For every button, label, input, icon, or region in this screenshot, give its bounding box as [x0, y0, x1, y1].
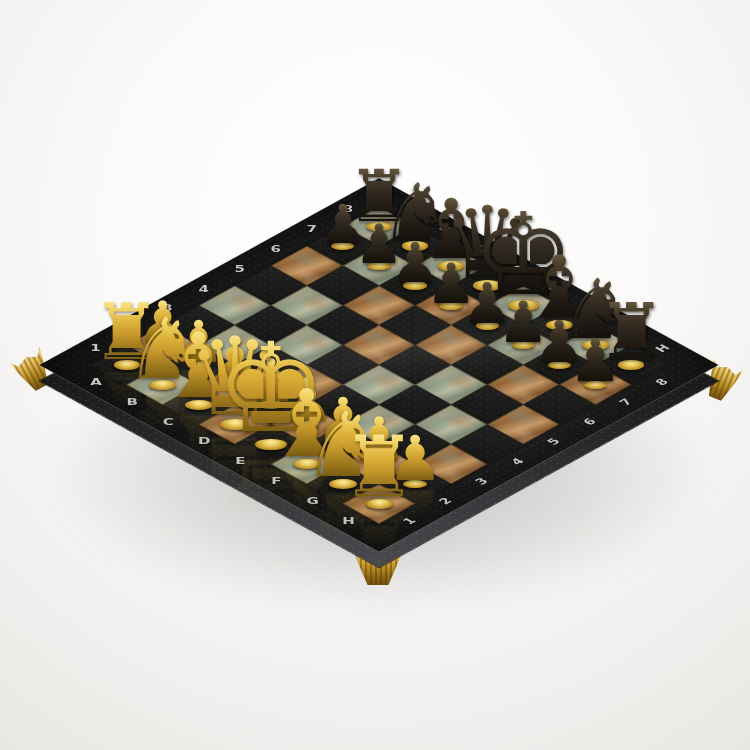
rank-label-left: 7	[304, 225, 320, 234]
rank-label-right: 7	[615, 396, 638, 408]
board-grid	[91, 206, 668, 523]
rank-label-left: 2	[124, 324, 140, 333]
file-label-top: D	[507, 263, 530, 275]
rank-label-right: 6	[579, 415, 602, 427]
file-label-bottom: F	[268, 477, 284, 486]
rank-label-right: 3	[471, 475, 494, 487]
rank-label-right: 2	[435, 495, 458, 507]
rank-label-left: 3	[160, 304, 176, 313]
file-label-top: B	[435, 223, 458, 235]
file-label-bottom: B	[124, 397, 140, 406]
file-label-bottom: H	[340, 516, 356, 525]
rank-label-right: 8	[651, 376, 674, 388]
file-label-top: F	[579, 302, 602, 314]
chess-board: 11AA22BB33CC44DD55EE66FF77GG88HH	[139, 233, 619, 497]
board-rotor: 11AA22BB33CC44DD55EE66FF77GG88HH	[40, 178, 719, 551]
rank-label-left: 8	[340, 205, 356, 214]
rank-label-right: 5	[543, 435, 566, 447]
file-label-top: E	[543, 282, 566, 294]
file-label-bottom: C	[160, 417, 176, 426]
file-label-bottom: E	[232, 457, 248, 466]
file-label-bottom: D	[196, 437, 212, 446]
rank-label-right: 1	[398, 515, 421, 527]
file-label-top: C	[471, 243, 494, 255]
file-label-top: H	[651, 342, 674, 354]
rank-label-left: 4	[196, 284, 212, 293]
board-slab: 11AA22BB33CC44DD55EE66FF77GG88HH	[40, 178, 719, 551]
rank-label-right: 4	[507, 455, 530, 467]
rank-label-left: 1	[88, 344, 104, 353]
rank-label-left: 6	[268, 245, 284, 254]
file-label-top: G	[615, 322, 638, 334]
product-photo: 11AA22BB33CC44DD55EE66FF77GG88HH ♜♜♞♞♝♝♛…	[0, 0, 750, 750]
file-label-bottom: G	[304, 497, 320, 506]
rank-label-left: 5	[232, 264, 248, 273]
file-label-bottom: A	[88, 378, 104, 387]
file-label-top: A	[398, 203, 421, 215]
